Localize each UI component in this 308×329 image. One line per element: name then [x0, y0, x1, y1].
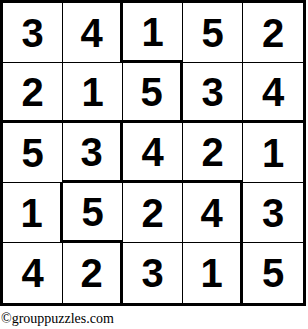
- sudoku-board: 3415221534534211524342315: [0, 0, 306, 306]
- cell-r1c3: 1: [123, 3, 183, 63]
- cell-r5c1: 4: [3, 243, 63, 303]
- cell-r4c5: 3: [243, 183, 303, 243]
- cell-r4c1: 1: [3, 183, 63, 243]
- cell-r5c5: 5: [243, 243, 303, 303]
- cell-r3c1: 5: [3, 123, 63, 183]
- copyright-caption: ©grouppuzzles.com: [1, 311, 114, 327]
- cell-r3c5: 1: [243, 123, 303, 183]
- cell-r1c2: 4: [63, 3, 123, 63]
- cell-r3c2: 3: [63, 123, 123, 183]
- cell-r1c1: 3: [3, 3, 63, 63]
- cell-r2c4: 3: [183, 63, 243, 123]
- cell-r2c3: 5: [123, 63, 183, 123]
- cell-r4c2: 5: [63, 183, 123, 243]
- cell-r3c4: 2: [183, 123, 243, 183]
- cell-r2c2: 1: [63, 63, 123, 123]
- cell-r3c3: 4: [123, 123, 183, 183]
- cell-r5c2: 2: [63, 243, 123, 303]
- cell-r1c4: 5: [183, 3, 243, 63]
- cell-r2c1: 2: [3, 63, 63, 123]
- cell-r4c3: 2: [123, 183, 183, 243]
- cell-r1c5: 2: [243, 3, 303, 63]
- cell-r4c4: 4: [183, 183, 243, 243]
- cell-r2c5: 4: [243, 63, 303, 123]
- cell-r5c3: 3: [123, 243, 183, 303]
- cell-r5c4: 1: [183, 243, 243, 303]
